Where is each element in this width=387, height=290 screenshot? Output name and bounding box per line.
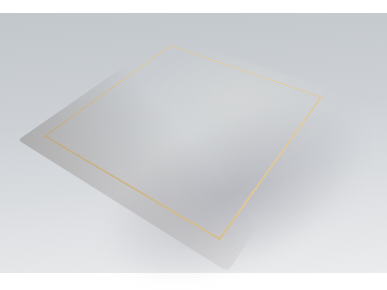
listing-photo (0, 0, 387, 290)
pieces-layer (0, 0, 387, 290)
